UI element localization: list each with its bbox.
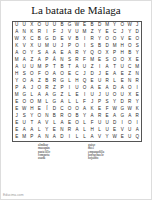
grid-cell[interactable]: P xyxy=(43,57,51,64)
grid-cell[interactable]: O xyxy=(21,50,29,57)
grid-cell[interactable]: H xyxy=(118,43,126,50)
grid-cell[interactable]: S xyxy=(66,57,74,64)
grid-cell[interactable]: U xyxy=(21,64,29,71)
grid-cell[interactable]: O xyxy=(126,85,134,92)
grid-cell[interactable]: Y xyxy=(133,99,141,106)
grid-cell[interactable]: A xyxy=(36,57,44,64)
grid-cell[interactable]: J xyxy=(96,92,104,99)
grid-cell[interactable]: H xyxy=(88,127,96,134)
grid-cell[interactable]: Q xyxy=(88,50,96,57)
grid-cell[interactable]: E xyxy=(13,127,21,134)
grid-cell[interactable]: T xyxy=(111,64,119,71)
grid-cell[interactable]: U xyxy=(51,43,59,50)
grid-cell[interactable]: E xyxy=(36,106,44,113)
grid-cell[interactable]: A xyxy=(13,64,21,71)
grid-cell[interactable]: U xyxy=(96,120,104,127)
grid-cell[interactable]: X xyxy=(28,22,36,29)
grid-cell[interactable]: A xyxy=(66,50,74,57)
grid-cell[interactable]: Y xyxy=(81,50,89,57)
grid-cell[interactable]: L xyxy=(81,134,89,141)
grid-cell[interactable]: R xyxy=(88,36,96,43)
grid-cell[interactable]: S xyxy=(88,43,96,50)
word-list-item: hojaldre xyxy=(88,157,104,160)
grid-cell[interactable]: G xyxy=(58,78,66,85)
grid-cell[interactable]: J xyxy=(58,29,66,36)
grid-cell[interactable]: O xyxy=(133,36,141,43)
grid-cell[interactable]: E xyxy=(96,106,104,113)
grid-cell[interactable]: L xyxy=(81,127,89,134)
grid-cell[interactable]: C xyxy=(58,106,66,113)
grid-cell[interactable]: E xyxy=(58,50,66,57)
site-credit: Educima.com xyxy=(3,193,24,197)
grid-cell[interactable]: X xyxy=(28,43,36,50)
grid-cell[interactable]: E xyxy=(118,134,126,141)
grid-cell[interactable]: L xyxy=(73,99,81,106)
grid-cell[interactable]: O xyxy=(81,85,89,92)
grid-cell[interactable]: R xyxy=(51,78,59,85)
grid-cell[interactable]: O xyxy=(28,71,36,78)
grid-cell[interactable]: P xyxy=(111,50,119,57)
grid-cell[interactable]: D xyxy=(103,43,111,50)
grid-cell[interactable]: N xyxy=(43,113,51,120)
grid-cell[interactable]: E xyxy=(66,71,74,78)
grid-cell[interactable]: R xyxy=(58,113,66,120)
grid-cell[interactable]: O xyxy=(111,57,119,64)
grid-cell[interactable]: G xyxy=(51,92,59,99)
grid-cell[interactable]: A xyxy=(111,113,119,120)
grid-cell[interactable]: O xyxy=(28,99,36,106)
grid-cell[interactable]: E xyxy=(96,85,104,92)
grid-cell[interactable]: C xyxy=(126,64,134,71)
grid-cell[interactable]: O xyxy=(36,113,44,120)
grid-cell[interactable]: V xyxy=(66,36,74,43)
grid-cell[interactable]: T xyxy=(66,64,74,71)
grid-cell[interactable]: J xyxy=(58,43,66,50)
grid-cell[interactable]: E xyxy=(58,36,66,43)
grid-cell[interactable]: D xyxy=(58,134,66,141)
grid-cell[interactable]: A xyxy=(28,78,36,85)
grid-cell[interactable]: S xyxy=(21,113,29,120)
grid-cell[interactable]: O xyxy=(58,71,66,78)
grid-cell[interactable]: Y xyxy=(126,29,134,36)
grid-cell[interactable]: W xyxy=(73,22,81,29)
grid-cell[interactable]: L xyxy=(51,120,59,127)
word-list-left: almíbarmazapánpastelillocompotaasada xyxy=(38,144,88,161)
grid-cell[interactable]: E xyxy=(73,92,81,99)
grid-cell[interactable]: O xyxy=(118,57,126,64)
grid-cell[interactable]: W xyxy=(111,134,119,141)
grid-cell[interactable]: W xyxy=(126,106,134,113)
grid-cell[interactable]: E xyxy=(81,22,89,29)
grid-cell[interactable]: P xyxy=(43,64,51,71)
grid-cell[interactable]: X xyxy=(21,36,29,43)
grid-cell[interactable]: U xyxy=(126,127,134,134)
grid-cell[interactable]: B xyxy=(88,22,96,29)
grid-cell[interactable]: U xyxy=(96,78,104,85)
grid-cell[interactable]: L xyxy=(43,99,51,106)
grid-cell[interactable]: T xyxy=(28,120,36,127)
grid-cell[interactable]: E xyxy=(51,127,59,134)
grid-cell[interactable]: Z xyxy=(88,64,96,71)
grid-cell[interactable]: O xyxy=(43,71,51,78)
grid-cell[interactable]: Y xyxy=(28,50,36,57)
grid-cell[interactable]: A xyxy=(43,50,51,57)
grid-cell[interactable]: P xyxy=(58,85,66,92)
grid-cell[interactable]: V xyxy=(66,29,74,36)
grid-cell[interactable]: Y xyxy=(43,127,51,134)
grid-cell[interactable]: U xyxy=(73,29,81,36)
grid-cell[interactable]: R xyxy=(133,113,141,120)
grid-cell[interactable]: K xyxy=(13,43,21,50)
grid-cell[interactable]: X xyxy=(103,50,111,57)
grid-cell[interactable]: A xyxy=(88,134,96,141)
worksheet-page: La batata de Málaga UUXOUUBGWEBDMYOWJANK… xyxy=(0,0,152,200)
grid-cell[interactable]: B xyxy=(96,43,104,50)
grid-cell[interactable]: O xyxy=(36,22,44,29)
grid-cell[interactable]: H xyxy=(118,50,126,57)
grid-cell[interactable]: M xyxy=(103,22,111,29)
grid-cell[interactable]: M xyxy=(133,64,141,71)
grid-cell[interactable]: B xyxy=(43,78,51,85)
grid-cell[interactable]: Y xyxy=(96,36,104,43)
grid-cell[interactable]: Y xyxy=(111,22,119,29)
grid-cell[interactable]: V xyxy=(43,120,51,127)
grid-cell[interactable]: D xyxy=(133,29,141,36)
grid-cell[interactable]: M xyxy=(88,57,96,64)
grid-cell[interactable]: J xyxy=(13,113,21,120)
grid-cell[interactable]: R xyxy=(36,29,44,36)
grid-cell[interactable]: R xyxy=(73,50,81,57)
grid-cell[interactable]: B xyxy=(51,113,59,120)
grid-cell[interactable]: L xyxy=(73,134,81,141)
grid-cell[interactable]: I xyxy=(96,64,104,71)
grid-cell[interactable]: A xyxy=(21,57,29,64)
grid-cell[interactable]: E xyxy=(133,57,141,64)
grid-cell[interactable]: I xyxy=(81,43,89,50)
grid-cell[interactable]: Y xyxy=(133,50,141,57)
grid-cell[interactable]: X xyxy=(126,57,134,64)
grid-cell[interactable]: Y xyxy=(96,29,104,36)
grid-cell[interactable]: R xyxy=(96,113,104,120)
grid-cell[interactable]: O xyxy=(73,43,81,50)
grid-cell[interactable]: Q xyxy=(133,134,141,141)
grid-cell[interactable]: S xyxy=(36,50,44,57)
grid-cell[interactable]: N xyxy=(58,57,66,64)
grid-cell[interactable]: W xyxy=(21,106,29,113)
grid-cell[interactable]: J xyxy=(88,99,96,106)
grid-cell[interactable]: E xyxy=(96,57,104,64)
grid-cell[interactable]: A xyxy=(51,50,59,57)
grid-cell[interactable]: Y xyxy=(111,99,119,106)
grid-cell[interactable]: I xyxy=(66,134,74,141)
grid-cell[interactable]: O xyxy=(73,120,81,127)
grid-cell[interactable]: A xyxy=(28,127,36,134)
grid-cell[interactable]: K xyxy=(133,106,141,113)
grid-cell[interactable]: K xyxy=(88,106,96,113)
grid-cell[interactable]: A xyxy=(118,85,126,92)
grid-cell[interactable]: O xyxy=(73,106,81,113)
grid-cell[interactable]: O xyxy=(126,43,134,50)
grid-cell[interactable]: D xyxy=(118,99,126,106)
word-list-item: asada xyxy=(38,157,88,160)
grid-cell[interactable]: B xyxy=(36,36,44,43)
grid-cell[interactable]: G xyxy=(66,22,74,29)
grid-cell[interactable]: U xyxy=(118,64,126,71)
grid-cell[interactable]: G xyxy=(51,99,59,106)
grid-cell[interactable]: M xyxy=(36,99,44,106)
puzzle-title: La batata de Málaga xyxy=(1,4,151,16)
grid-cell[interactable]: G xyxy=(118,113,126,120)
grid-cell[interactable]: U xyxy=(81,64,89,71)
grid-cell[interactable]: R xyxy=(66,127,74,134)
grid-cell[interactable]: Y xyxy=(81,113,89,120)
grid-cell[interactable]: Z xyxy=(126,71,134,78)
grid-cell[interactable]: U xyxy=(43,22,51,29)
grid-cell[interactable]: E xyxy=(103,29,111,36)
grid-cell[interactable]: I xyxy=(43,29,51,36)
grid-cell[interactable]: Z xyxy=(36,78,44,85)
grid-cell[interactable]: U xyxy=(103,120,111,127)
grid-cell[interactable]: U xyxy=(103,127,111,134)
grid-cell[interactable]: G xyxy=(21,92,29,99)
grid-cell[interactable]: A xyxy=(126,113,134,120)
grid-cell[interactable]: U xyxy=(36,43,44,50)
grid-cell[interactable]: E xyxy=(103,113,111,120)
grid-cell[interactable]: E xyxy=(13,99,21,106)
grid-cell[interactable]: D xyxy=(111,120,119,127)
grid-cell[interactable]: C xyxy=(73,71,81,78)
grid-cell[interactable]: R xyxy=(73,57,81,64)
grid-cell[interactable]: V xyxy=(21,43,29,50)
grid-cell[interactable]: A xyxy=(103,64,111,71)
grid-cell[interactable]: O xyxy=(111,36,119,43)
grid-cell[interactable]: P xyxy=(13,85,21,92)
grid-cell[interactable]: G xyxy=(43,36,51,43)
grid-cell[interactable]: A xyxy=(21,85,29,92)
grid-cell[interactable]: O xyxy=(36,85,44,92)
grid-cell[interactable]: S xyxy=(133,43,141,50)
grid-cell[interactable]: A xyxy=(73,64,81,71)
grid-cell[interactable]: A xyxy=(58,99,66,106)
grid-cell[interactable]: A xyxy=(51,134,59,141)
grid-cell[interactable]: O xyxy=(111,92,119,99)
grid-cell[interactable]: A xyxy=(51,71,59,78)
grid-cell[interactable]: J xyxy=(118,29,126,36)
grid-cell[interactable]: D xyxy=(111,85,119,92)
grid-cell[interactable]: A xyxy=(88,113,96,120)
grid-cell[interactable]: N xyxy=(58,127,66,134)
grid-cell[interactable]: J xyxy=(96,71,104,78)
grid-cell[interactable]: I xyxy=(118,120,126,127)
grid-cell[interactable]: A xyxy=(36,134,44,141)
grid-cell[interactable]: E xyxy=(13,106,21,113)
grid-cell[interactable]: S xyxy=(21,71,29,78)
grid-cell[interactable]: E xyxy=(118,71,126,78)
word-list: almíbarmazapánpastelillocompotaasada gui… xyxy=(38,144,104,161)
grid-cell[interactable]: Í xyxy=(43,106,51,113)
grid-cell[interactable]: Á xyxy=(51,57,59,64)
grid-cell[interactable]: N xyxy=(126,78,134,85)
grid-cell[interactable]: Z xyxy=(88,29,96,36)
grid-cell[interactable]: G xyxy=(118,106,126,113)
grid-cell[interactable]: A xyxy=(88,85,96,92)
grid-cell[interactable]: L xyxy=(66,78,74,85)
grid-cell[interactable]: O xyxy=(103,36,111,43)
grid-cell[interactable]: A xyxy=(13,29,21,36)
grid-cell[interactable]: V xyxy=(118,36,126,43)
word-search-grid: UUXOUUBGWEBDMYOWJANKRIFJVUMZYECJYDWXCBGD… xyxy=(12,21,142,142)
grid-cell[interactable]: F xyxy=(103,106,111,113)
grid-cell[interactable]: E xyxy=(126,36,134,43)
grid-cell[interactable]: F xyxy=(88,120,96,127)
grid-cell[interactable]: W xyxy=(126,22,134,29)
grid-cell[interactable]: F xyxy=(51,29,59,36)
grid-cell[interactable]: F xyxy=(36,71,44,78)
grid-cell[interactable]: A xyxy=(13,50,21,57)
grid-cell[interactable]: U xyxy=(28,64,36,71)
grid-cell[interactable]: V xyxy=(118,127,126,134)
grid-cell[interactable]: O xyxy=(66,106,74,113)
grid-cell[interactable]: N xyxy=(21,29,29,36)
grid-cell[interactable]: H xyxy=(13,71,21,78)
grid-cell[interactable]: O xyxy=(126,120,134,127)
grid-cell[interactable]: B xyxy=(73,113,81,120)
grid-cell[interactable]: A xyxy=(103,85,111,92)
grid-cell[interactable]: L xyxy=(111,78,119,85)
grid-cell[interactable]: R xyxy=(43,85,51,92)
word-list-right: guisomielempanadillaborrachuelohojaldre xyxy=(88,144,104,161)
grid-cell[interactable]: H xyxy=(73,78,81,85)
grid-cell[interactable]: A xyxy=(58,120,66,127)
grid-cell[interactable]: U xyxy=(103,92,111,99)
grid-cell[interactable]: P xyxy=(96,99,104,106)
grid-cell[interactable]: Z xyxy=(58,92,66,99)
grid-cell[interactable]: U xyxy=(88,92,96,99)
grid-cell[interactable]: I xyxy=(81,92,89,99)
grid-cell[interactable]: M xyxy=(36,64,44,71)
grid-cell[interactable]: C xyxy=(28,36,36,43)
grid-cell[interactable]: F xyxy=(81,57,89,64)
grid-cell[interactable]: A xyxy=(73,127,81,134)
grid-cell[interactable]: U xyxy=(51,22,59,29)
grid-cell[interactable]: Z xyxy=(51,85,59,92)
grid-cell[interactable]: A xyxy=(21,127,29,134)
grid-cell[interactable]: M xyxy=(13,57,21,64)
grid-cell[interactable]: D xyxy=(51,36,59,43)
grid-cell[interactable]: J xyxy=(133,22,141,29)
grid-cell[interactable]: J xyxy=(28,85,36,92)
grid-cell[interactable]: A xyxy=(81,106,89,113)
grid-cell[interactable]: D xyxy=(51,106,59,113)
grid-cell[interactable]: W xyxy=(13,36,21,43)
grid-cell[interactable]: E xyxy=(13,134,21,141)
grid-cell[interactable]: B xyxy=(58,22,66,29)
grid-cell[interactable]: D xyxy=(88,71,96,78)
grid-cell[interactable]: U xyxy=(13,22,21,29)
grid-cell[interactable]: U xyxy=(21,120,29,127)
grid-cell[interactable]: Q xyxy=(81,78,89,85)
grid-cell[interactable]: O xyxy=(118,22,126,29)
grid-cell[interactable]: R xyxy=(133,78,141,85)
grid-cell[interactable]: C xyxy=(111,29,119,36)
grid-cell[interactable]: U xyxy=(73,85,81,92)
grid-cell[interactable]: P xyxy=(66,43,74,50)
grid-cell[interactable]: A xyxy=(133,127,141,134)
grid-cell[interactable]: L xyxy=(28,92,36,99)
grid-cell[interactable]: E xyxy=(111,127,119,134)
grid-cell[interactable]: L xyxy=(66,99,74,106)
grid-cell[interactable]: A xyxy=(36,120,44,127)
grid-cell[interactable]: M xyxy=(13,92,21,99)
grid-cell[interactable]: W xyxy=(111,106,119,113)
grid-cell[interactable]: L xyxy=(81,120,89,127)
grid-cell[interactable]: I xyxy=(133,85,141,92)
grid-cell[interactable]: B xyxy=(126,50,134,57)
grid-cell[interactable]: S xyxy=(103,57,111,64)
grid-cell[interactable]: M xyxy=(43,43,51,50)
grid-cell[interactable]: L xyxy=(36,127,44,134)
grid-cell[interactable]: R xyxy=(103,78,111,85)
grid-cell[interactable]: M xyxy=(111,43,119,50)
grid-cell[interactable]: I xyxy=(81,36,89,43)
grid-cell[interactable]: B xyxy=(73,36,81,43)
grid-cell[interactable]: I xyxy=(133,120,141,127)
grid-cell[interactable]: N xyxy=(43,134,51,141)
grid-cell[interactable]: N xyxy=(133,71,141,78)
grid-cell[interactable]: O xyxy=(21,78,29,85)
grid-cell[interactable]: L xyxy=(66,92,74,99)
grid-cell[interactable]: F xyxy=(81,99,89,106)
grid-cell[interactable]: U xyxy=(118,92,126,99)
grid-cell[interactable]: A xyxy=(111,71,119,78)
grid-cell[interactable]: K xyxy=(28,29,36,36)
grid-cell[interactable]: Y xyxy=(28,113,36,120)
grid-cell[interactable]: R xyxy=(126,99,134,106)
grid-cell[interactable]: O xyxy=(96,50,104,57)
grid-cell[interactable]: E xyxy=(13,120,21,127)
grid-cell[interactable]: I xyxy=(66,85,74,92)
grid-cell[interactable]: E xyxy=(133,92,141,99)
grid-cell[interactable]: E xyxy=(66,120,74,127)
grid-cell[interactable]: U xyxy=(21,22,29,29)
grid-cell[interactable]: J xyxy=(81,71,89,78)
grid-cell[interactable]: O xyxy=(21,99,29,106)
grid-cell[interactable]: V xyxy=(96,134,104,141)
grid-cell[interactable]: A xyxy=(36,92,44,99)
grid-cell[interactable]: X xyxy=(126,92,134,99)
grid-cell[interactable]: U xyxy=(126,134,134,141)
grid-cell[interactable]: E xyxy=(88,78,96,85)
grid-cell[interactable]: Y xyxy=(103,134,111,141)
grid-cell[interactable]: T xyxy=(51,64,59,71)
grid-cell[interactable]: H xyxy=(28,106,36,113)
grid-cell[interactable]: O xyxy=(66,113,74,120)
grid-cell[interactable]: Z xyxy=(28,57,36,64)
grid-cell[interactable]: B xyxy=(58,64,66,71)
grid-cell[interactable]: M xyxy=(21,134,29,141)
grid-cell[interactable]: L xyxy=(96,127,104,134)
grid-cell[interactable]: A xyxy=(43,92,51,99)
grid-cell[interactable]: D xyxy=(96,22,104,29)
grid-cell[interactable]: E xyxy=(103,71,111,78)
grid-cell[interactable]: Y xyxy=(13,78,21,85)
grid-cell[interactable]: S xyxy=(103,99,111,106)
grid-cell[interactable]: P xyxy=(28,134,36,141)
grid-cell[interactable]: M xyxy=(81,29,89,36)
grid-cell[interactable]: E xyxy=(118,78,126,85)
